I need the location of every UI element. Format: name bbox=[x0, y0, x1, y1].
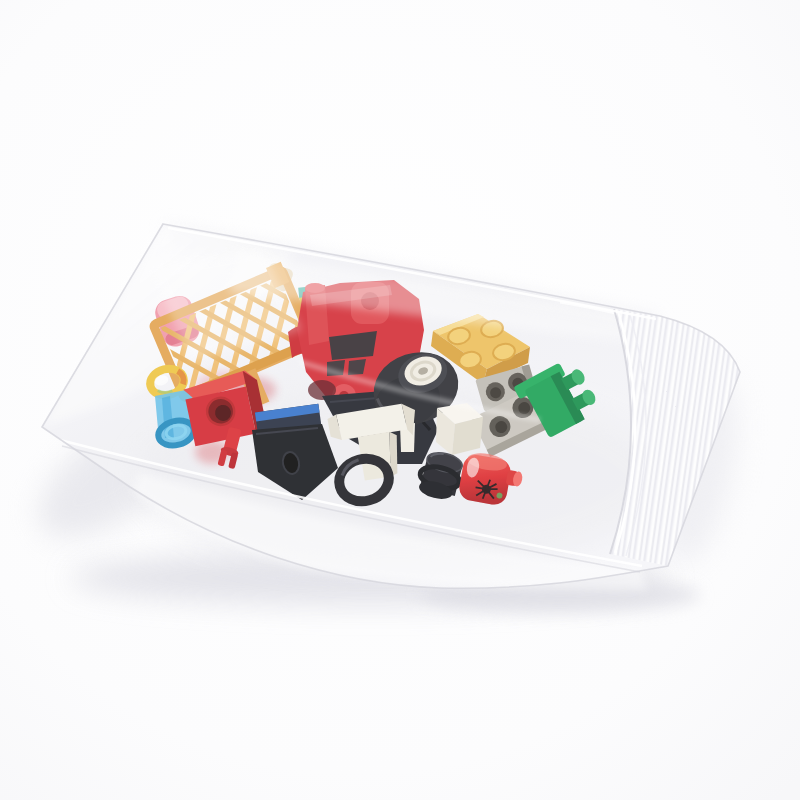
photo-canvas bbox=[0, 0, 800, 800]
bag-of-lego-photo bbox=[0, 0, 800, 800]
